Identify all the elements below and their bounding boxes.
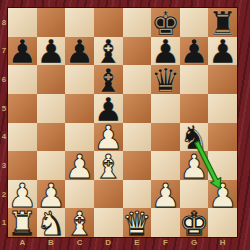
square-h7[interactable]: ♟ (208, 37, 237, 66)
square-b4[interactable] (37, 123, 66, 152)
rank-label-6: 6 (0, 65, 8, 94)
square-a6[interactable] (8, 65, 37, 94)
square-d1[interactable] (94, 208, 123, 237)
piece-black-pawn-b7[interactable]: ♟ (37, 37, 66, 66)
square-a7[interactable]: ♟ (8, 37, 37, 66)
piece-white-pawn-h2[interactable]: ♟ (208, 181, 237, 210)
chess-board[interactable]: ♚♜♟♟♟♝♟♟♟♝♛♟♟♞♟♝♟♟♟♟♟♜♞♝♛♚ (8, 8, 237, 237)
piece-white-pawn-c3[interactable]: ♟ (65, 152, 94, 181)
square-h4[interactable] (208, 123, 237, 152)
square-c7[interactable]: ♟ (65, 37, 94, 66)
piece-white-queen-e1[interactable]: ♛ (123, 209, 152, 238)
square-e6[interactable] (123, 65, 152, 94)
file-label-h: H (208, 237, 237, 250)
square-e3[interactable] (123, 151, 152, 180)
square-h1[interactable] (208, 208, 237, 237)
square-h2[interactable]: ♟ (208, 180, 237, 209)
rank-label-4: 4 (0, 123, 8, 152)
piece-white-knight-b1[interactable]: ♞ (37, 209, 66, 238)
rank-label-3: 3 (0, 151, 8, 180)
square-g1[interactable]: ♚ (180, 208, 209, 237)
rank-label-5: 5 (0, 94, 8, 123)
square-e1[interactable]: ♛ (123, 208, 152, 237)
square-b5[interactable] (37, 94, 66, 123)
piece-white-bishop-c1[interactable]: ♝ (65, 209, 94, 238)
square-a1[interactable]: ♜ (8, 208, 37, 237)
square-a5[interactable] (8, 94, 37, 123)
square-f5[interactable] (151, 94, 180, 123)
square-e4[interactable] (123, 123, 152, 152)
square-b6[interactable] (37, 65, 66, 94)
square-d2[interactable] (94, 180, 123, 209)
square-g7[interactable]: ♟ (180, 37, 209, 66)
square-a4[interactable] (8, 123, 37, 152)
piece-white-rook-a1[interactable]: ♜ (8, 209, 37, 238)
file-label-d: D (94, 237, 123, 250)
square-g6[interactable] (180, 65, 209, 94)
piece-black-queen-f6[interactable]: ♛ (151, 66, 180, 95)
chess-board-diagram: 87654321 ABCDEFGH ♚♜♟♟♟♝♟♟♟♝♛♟♟♞♟♝♟♟♟♟♟♜… (0, 0, 250, 250)
piece-white-bishop-d3[interactable]: ♝ (94, 152, 123, 181)
square-c3[interactable]: ♟ (65, 151, 94, 180)
piece-black-pawn-a7[interactable]: ♟ (8, 37, 37, 66)
square-c5[interactable] (65, 94, 94, 123)
square-e7[interactable] (123, 37, 152, 66)
piece-white-pawn-g3[interactable]: ♟ (180, 152, 209, 181)
square-e5[interactable] (123, 94, 152, 123)
square-h6[interactable] (208, 65, 237, 94)
piece-black-pawn-c7[interactable]: ♟ (65, 37, 94, 66)
square-c1[interactable]: ♝ (65, 208, 94, 237)
square-b1[interactable]: ♞ (37, 208, 66, 237)
square-f4[interactable] (151, 123, 180, 152)
square-e8[interactable] (123, 8, 152, 37)
file-label-f: F (151, 237, 180, 250)
square-b7[interactable]: ♟ (37, 37, 66, 66)
square-h5[interactable] (208, 94, 237, 123)
piece-white-king-g1[interactable]: ♚ (180, 209, 209, 238)
square-f1[interactable] (151, 208, 180, 237)
square-c6[interactable] (65, 65, 94, 94)
square-d3[interactable]: ♝ (94, 151, 123, 180)
piece-black-pawn-g7[interactable]: ♟ (180, 37, 209, 66)
square-f2[interactable]: ♟ (151, 180, 180, 209)
square-g3[interactable]: ♟ (180, 151, 209, 180)
piece-black-pawn-h7[interactable]: ♟ (208, 37, 237, 66)
rank-label-8: 8 (0, 8, 8, 37)
piece-white-pawn-f2[interactable]: ♟ (151, 181, 180, 210)
square-f6[interactable]: ♛ (151, 65, 180, 94)
